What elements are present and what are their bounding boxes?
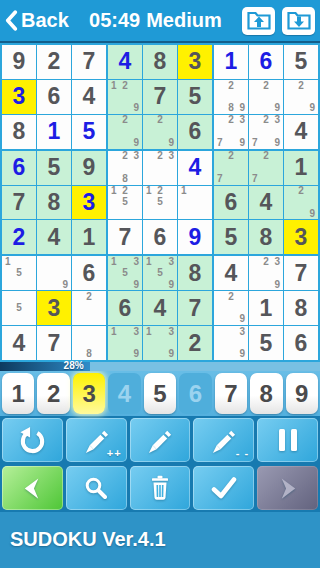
- cell-r3c4[interactable]: 29: [108, 115, 142, 149]
- cell-r2c7[interactable]: 289: [214, 80, 248, 114]
- progress-label: 28%: [64, 360, 84, 371]
- cell-r1c3[interactable]: 7: [72, 45, 106, 79]
- pencil-marks: 29: [284, 80, 318, 114]
- cell-r4c8[interactable]: 27: [249, 151, 283, 185]
- cell-r5c1[interactable]: 7: [2, 186, 36, 220]
- sudoku-app: Back 05:49 Medium 9273648154831297529296…: [0, 0, 320, 568]
- cell-r8c1[interactable]: 5: [2, 291, 36, 325]
- pencil-marks: 8: [72, 326, 106, 360]
- cell-r3c3[interactable]: 5: [72, 115, 106, 149]
- user-digit: 6: [13, 156, 26, 179]
- given-digit: 7: [154, 85, 167, 108]
- difficulty-text: Medium: [146, 9, 222, 32]
- given-digit: 2: [189, 332, 202, 355]
- cell-r3c6[interactable]: 6: [178, 115, 212, 149]
- pencil-add-mod: ++: [107, 448, 122, 459]
- tool-row-1: ++ - -: [0, 416, 320, 464]
- cell-r7c4[interactable]: 1359: [108, 256, 142, 290]
- given-digit: 6: [189, 120, 202, 143]
- save-game-button[interactable]: [242, 7, 275, 35]
- cell-r9c6[interactable]: 2: [178, 326, 212, 360]
- given-digit: 4: [295, 120, 308, 143]
- given-digit: 6: [154, 226, 167, 249]
- given-digit: 1: [260, 297, 273, 320]
- keypad-3[interactable]: 3: [73, 373, 105, 414]
- keypad-7[interactable]: 7: [215, 373, 247, 414]
- cell-r9c3[interactable]: 8: [72, 326, 106, 360]
- user-digit: 9: [189, 226, 202, 249]
- sudoku-box: 4239729183956: [214, 256, 318, 360]
- back-chevron-icon: [5, 10, 18, 31]
- cell-r9c2[interactable]: 7: [37, 326, 71, 360]
- given-digit: 1: [295, 156, 308, 179]
- arrow-right-icon: [274, 475, 301, 502]
- pencil-marks: 23: [143, 151, 177, 185]
- user-digit: 3: [83, 191, 96, 214]
- cell-r7c9[interactable]: 7: [284, 256, 318, 290]
- pencil-marks: 289: [214, 80, 248, 114]
- cell-r8c5[interactable]: 4: [143, 291, 177, 325]
- given-digit: 4: [83, 85, 96, 108]
- undo-button[interactable]: [2, 418, 63, 462]
- pencil-marks: 2379: [249, 115, 283, 149]
- keypad-1[interactable]: 1: [2, 373, 34, 414]
- pencil-add-button[interactable]: ++: [66, 418, 127, 462]
- cell-r1c2[interactable]: 2: [37, 45, 71, 79]
- user-digit: 2: [13, 226, 26, 249]
- user-digit: 5: [83, 120, 96, 143]
- cell-r6c2[interactable]: 4: [37, 220, 71, 254]
- progress-bar: 28%: [0, 362, 320, 371]
- keypad-8[interactable]: 8: [250, 373, 282, 414]
- cell-r8c8[interactable]: 1: [249, 291, 283, 325]
- pencil-marks: 29: [108, 115, 142, 149]
- given-digit: 3: [48, 297, 61, 320]
- given-digit: 8: [189, 262, 202, 285]
- cell-r2c9[interactable]: 29: [284, 80, 318, 114]
- given-digit: 4: [154, 297, 167, 320]
- pencil-marks: 15: [2, 256, 36, 290]
- control-area: 28% 1 2 3 4 5 6 7 8 9: [0, 362, 320, 566]
- pencil-remove-mod: - -: [236, 448, 249, 459]
- pencil-marks: 5: [2, 291, 36, 325]
- cell-r2c8[interactable]: 29: [249, 80, 283, 114]
- pencil-marks: 27: [214, 151, 248, 185]
- cell-r5c3[interactable]: 3: [72, 186, 106, 220]
- user-digit: 1: [48, 120, 61, 143]
- given-digit: 2: [48, 50, 61, 73]
- pencil-marks: 29: [284, 186, 318, 220]
- cell-r7c5[interactable]: 1359: [143, 256, 177, 290]
- number-keypad: 1 2 3 4 5 6 7 8 9: [0, 371, 320, 416]
- cell-r6c9[interactable]: 3: [284, 220, 318, 254]
- pencil-marks: 238: [108, 151, 142, 185]
- cell-r6c4[interactable]: 7: [108, 220, 142, 254]
- cell-r9c8[interactable]: 5: [249, 326, 283, 360]
- given-digit: 3: [189, 50, 202, 73]
- cell-r6c5[interactable]: 6: [143, 220, 177, 254]
- back-button[interactable]: Back: [5, 9, 69, 32]
- cell-r2c1[interactable]: 3: [2, 80, 36, 114]
- cell-r2c5[interactable]: 7: [143, 80, 177, 114]
- given-digit: 9: [83, 156, 96, 179]
- pencil-marks: 125: [108, 186, 142, 220]
- folder-up-arrow-icon: [247, 11, 271, 30]
- cell-r6c8[interactable]: 8: [249, 220, 283, 254]
- cell-r7c7[interactable]: 4: [214, 256, 248, 290]
- keypad-4: 4: [108, 373, 140, 414]
- sudoku-box: 4831297529296: [108, 45, 212, 149]
- keypad-5[interactable]: 5: [144, 373, 176, 414]
- sudoku-box: 272716429583: [214, 151, 318, 255]
- pencil-remove-button[interactable]: - -: [193, 418, 254, 462]
- cell-r9c5[interactable]: 139: [143, 326, 177, 360]
- given-digit: 6: [295, 332, 308, 355]
- cell-r5c5[interactable]: 125: [143, 186, 177, 220]
- cell-r7c6[interactable]: 8: [178, 256, 212, 290]
- prev-button[interactable]: [2, 466, 63, 510]
- given-digit: 7: [189, 297, 202, 320]
- nav-buttons: [242, 7, 315, 35]
- nav-title: 05:49 Medium: [69, 9, 242, 32]
- cell-r3c5[interactable]: 29: [143, 115, 177, 149]
- cell-r3c7[interactable]: 2379: [214, 115, 248, 149]
- magnifier-icon: [83, 475, 109, 501]
- cell-r6c7[interactable]: 5: [214, 220, 248, 254]
- given-digit: 6: [83, 262, 96, 285]
- user-digit: 4: [189, 156, 202, 179]
- cell-r5c2[interactable]: 8: [37, 186, 71, 220]
- given-digit: 1: [83, 226, 96, 249]
- given-digit: 6: [119, 297, 132, 320]
- cell-r8c7[interactable]: 29: [214, 291, 248, 325]
- cell-r4c7[interactable]: 27: [214, 151, 248, 185]
- sudoku-box: 659783241: [2, 151, 106, 255]
- given-digit: 5: [295, 50, 308, 73]
- given-digit: 6: [225, 191, 238, 214]
- user-digit: 3: [13, 85, 26, 108]
- cell-r7c2[interactable]: 9: [37, 256, 71, 290]
- given-digit: 4: [13, 332, 26, 355]
- cell-r9c9[interactable]: 6: [284, 326, 318, 360]
- keypad-6: 6: [179, 373, 211, 414]
- sudoku-box: 1359135986471391392: [108, 256, 212, 360]
- cell-r4c9[interactable]: 1: [284, 151, 318, 185]
- given-digit: 8: [154, 50, 167, 73]
- cell-r5c8[interactable]: 4: [249, 186, 283, 220]
- given-digit: 7: [13, 191, 26, 214]
- cell-r4c2[interactable]: 5: [37, 151, 71, 185]
- cell-r4c1[interactable]: 6: [2, 151, 36, 185]
- given-digit: 5: [225, 226, 238, 249]
- pencil-marks: 2379: [214, 115, 248, 149]
- cell-r3c1[interactable]: 8: [2, 115, 36, 149]
- arrow-left-icon: [19, 475, 46, 502]
- pencil-icon: [145, 426, 174, 455]
- pencil-marks: 139: [108, 326, 142, 360]
- given-digit: 9: [13, 50, 26, 73]
- cell-r5c4[interactable]: 125: [108, 186, 142, 220]
- cell-r8c4[interactable]: 6: [108, 291, 142, 325]
- timer-text: 05:49: [89, 9, 140, 32]
- sudoku-box: 927364815: [2, 45, 106, 149]
- undo-icon: [18, 426, 47, 455]
- cell-r2c6[interactable]: 5: [178, 80, 212, 114]
- sudoku-box: 2382341251251769: [108, 151, 212, 255]
- trash-icon: [148, 475, 172, 501]
- cell-r1c6[interactable]: 3: [178, 45, 212, 79]
- cell-r4c3[interactable]: 9: [72, 151, 106, 185]
- cell-r2c2[interactable]: 6: [37, 80, 71, 114]
- cell-r3c9[interactable]: 4: [284, 115, 318, 149]
- cell-r1c9[interactable]: 5: [284, 45, 318, 79]
- given-digit: 8: [13, 120, 26, 143]
- given-digit: 4: [260, 191, 273, 214]
- cell-r8c3[interactable]: 2: [72, 291, 106, 325]
- cell-r6c3[interactable]: 1: [72, 220, 106, 254]
- pencil-minus-icon: [209, 426, 238, 455]
- zoom-button[interactable]: [66, 466, 127, 510]
- load-game-button[interactable]: [282, 7, 315, 35]
- user-digit: 1: [225, 50, 238, 73]
- pencil-marks: 29: [214, 291, 248, 325]
- given-digit: 5: [48, 156, 61, 179]
- given-digit: 6: [48, 85, 61, 108]
- cell-r7c8[interactable]: 239: [249, 256, 283, 290]
- footer: SUDOKU Ver.4.1: [0, 512, 320, 566]
- pencil-marks: 139: [143, 326, 177, 360]
- cell-r7c1[interactable]: 15: [2, 256, 36, 290]
- pencil-button[interactable]: [130, 418, 191, 462]
- cell-r9c7[interactable]: 39: [214, 326, 248, 360]
- cell-r2c4[interactable]: 129: [108, 80, 142, 114]
- pencil-marks: 9: [37, 256, 71, 290]
- cell-r5c6[interactable]: 1: [178, 186, 212, 220]
- pause-button[interactable]: [257, 418, 318, 462]
- cell-r2c3[interactable]: 4: [72, 80, 106, 114]
- pencil-marks: 1359: [108, 256, 142, 290]
- back-label: Back: [21, 9, 69, 32]
- cell-r8c2[interactable]: 3: [37, 291, 71, 325]
- cell-r3c2[interactable]: 1: [37, 115, 71, 149]
- cell-r8c9[interactable]: 8: [284, 291, 318, 325]
- given-digit: 5: [189, 85, 202, 108]
- pause-icon: [279, 429, 297, 451]
- delete-button[interactable]: [130, 466, 191, 510]
- given-digit: 4: [48, 226, 61, 249]
- nav-bar: Back 05:49 Medium: [0, 0, 320, 43]
- sudoku-box: 1652892929237923794: [214, 45, 318, 149]
- user-digit: 6: [260, 50, 273, 73]
- cell-r5c9[interactable]: 29: [284, 186, 318, 220]
- cell-r1c1[interactable]: 9: [2, 45, 36, 79]
- cell-r5c7[interactable]: 6: [214, 186, 248, 220]
- given-digit: 3: [295, 226, 308, 249]
- cell-r1c4[interactable]: 4: [108, 45, 142, 79]
- cell-r1c5[interactable]: 8: [143, 45, 177, 79]
- sudoku-box: 1596532478: [2, 256, 106, 360]
- pencil-marks: 39: [214, 326, 248, 360]
- next-button: [257, 466, 318, 510]
- pencil-marks: 1359: [143, 256, 177, 290]
- check-button[interactable]: [193, 466, 254, 510]
- cell-r6c6[interactable]: 9: [178, 220, 212, 254]
- cell-r4c6[interactable]: 4: [178, 151, 212, 185]
- pencil-marks: 239: [249, 256, 283, 290]
- keypad-9[interactable]: 9: [286, 373, 318, 414]
- given-digit: 5: [260, 332, 273, 355]
- cell-r4c5[interactable]: 23: [143, 151, 177, 185]
- pencil-marks: 125: [143, 186, 177, 220]
- tool-row-2: [0, 464, 320, 512]
- cell-r8c6[interactable]: 7: [178, 291, 212, 325]
- checkmark-icon: [210, 475, 238, 501]
- cell-r1c7[interactable]: 1: [214, 45, 248, 79]
- given-digit: 7: [83, 50, 96, 73]
- pencil-marks: 129: [108, 80, 142, 114]
- pencil-marks: 27: [249, 151, 283, 185]
- user-digit: 4: [119, 50, 132, 73]
- sudoku-board: 9273648154831297529296165289292923792379…: [0, 43, 320, 362]
- pencil-marks: 29: [143, 115, 177, 149]
- given-digit: 8: [260, 226, 273, 249]
- cell-r9c4[interactable]: 139: [108, 326, 142, 360]
- cell-r9c1[interactable]: 4: [2, 326, 36, 360]
- folder-down-arrow-icon: [287, 11, 311, 30]
- pencil-marks: 2: [72, 291, 106, 325]
- given-digit: 7: [48, 332, 61, 355]
- given-digit: 4: [225, 262, 238, 285]
- cell-r3c8[interactable]: 2379: [249, 115, 283, 149]
- cell-r6c1[interactable]: 2: [2, 220, 36, 254]
- given-digit: 7: [119, 226, 132, 249]
- cell-r7c3[interactable]: 6: [72, 256, 106, 290]
- pencil-marks: 1: [178, 186, 212, 220]
- keypad-2[interactable]: 2: [37, 373, 69, 414]
- given-digit: 8: [48, 191, 61, 214]
- given-digit: 7: [295, 262, 308, 285]
- cell-r4c4[interactable]: 238: [108, 151, 142, 185]
- app-version-label: SUDOKU Ver.4.1: [10, 528, 166, 551]
- pencil-marks: 29: [249, 80, 283, 114]
- cell-r1c8[interactable]: 6: [249, 45, 283, 79]
- given-digit: 8: [295, 297, 308, 320]
